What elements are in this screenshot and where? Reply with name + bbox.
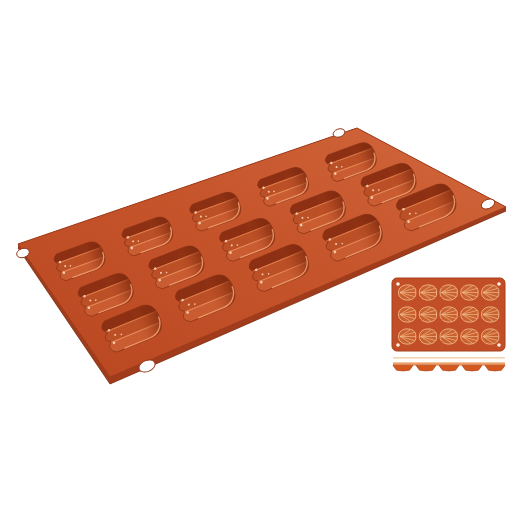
cavity-profile-bump [485, 365, 505, 371]
side-reflection-line [393, 357, 505, 359]
shell-cavity-icon [461, 307, 478, 322]
side-view-inset [393, 357, 505, 371]
shell-cavity-icon [419, 285, 436, 300]
mould-photo-svg: Terracotta-orange silicone baking mould … [0, 0, 512, 512]
inset-corner-hole [396, 282, 400, 286]
shell-cavity-icon [399, 329, 416, 344]
shell-cavity-icon [482, 285, 499, 300]
shell-cavity-icon [461, 285, 478, 300]
cavity-profile-bump [393, 365, 413, 371]
shell-cavity-icon [440, 285, 457, 300]
inset-corner-hole [497, 282, 501, 286]
side-profile-sheet [393, 362, 505, 365]
shell-cavity-icon [399, 285, 416, 300]
shell-cavity-icon [440, 307, 457, 322]
product-photo: Terracotta-orange silicone baking mould … [0, 0, 512, 512]
inset-corner-hole [497, 343, 501, 347]
inset-corner-hole [396, 343, 400, 347]
cavity-profile-bump [462, 365, 482, 371]
shell-cavity-icon [461, 329, 478, 344]
shell-cavity-icon [399, 307, 416, 322]
cavity-profile-bump [416, 365, 436, 371]
top-view-inset [392, 278, 505, 351]
shell-cavity-icon [482, 307, 499, 322]
shell-cavity-icon [440, 329, 457, 344]
cavity-profile-bump [439, 365, 459, 371]
shell-cavity-icon [419, 329, 436, 344]
shell-cavity-icon [419, 307, 436, 322]
shell-cavity-icon [482, 329, 499, 344]
